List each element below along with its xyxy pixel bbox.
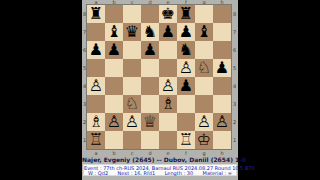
stat-material: Material : = bbox=[203, 171, 232, 176]
black-pawn: ♟ bbox=[179, 23, 193, 41]
white-bishop: ♗ bbox=[89, 113, 103, 131]
square-h8 bbox=[213, 5, 231, 23]
white-pawn: ♙ bbox=[215, 113, 229, 131]
screenshot-canvas: abcdefgh 87654321 87654321 ♜♚♜♝♛♞♟♟♝♟♟♟♞… bbox=[0, 0, 320, 180]
black-queen: ♛ bbox=[125, 23, 139, 41]
square-a6: ♟ bbox=[87, 41, 105, 59]
square-a5 bbox=[87, 59, 105, 77]
white-king: ♔ bbox=[197, 131, 211, 149]
square-b3 bbox=[105, 95, 123, 113]
white-queen: ♕ bbox=[143, 113, 157, 131]
rank-labels-right-2: 2 bbox=[232, 113, 237, 131]
black-pawn: ♟ bbox=[179, 77, 193, 95]
rank-labels-right-5: 5 bbox=[232, 59, 237, 77]
black-bishop: ♝ bbox=[107, 23, 121, 41]
rank-labels-right: 87654321 bbox=[232, 5, 237, 149]
square-f3 bbox=[177, 95, 195, 113]
square-d2: ♕ bbox=[141, 113, 159, 131]
square-b2: ♙ bbox=[105, 113, 123, 131]
square-e4: ♙ bbox=[159, 77, 177, 95]
square-d3 bbox=[141, 95, 159, 113]
square-e2 bbox=[159, 113, 177, 131]
rank-labels-right-4: 4 bbox=[232, 77, 237, 95]
square-b8 bbox=[105, 5, 123, 23]
square-c3: ♘ bbox=[123, 95, 141, 113]
white-pawn: ♙ bbox=[161, 77, 175, 95]
square-f6: ♞ bbox=[177, 41, 195, 59]
square-f4: ♟ bbox=[177, 77, 195, 95]
stat-next-move: Next : 16. Rfd1 bbox=[118, 171, 156, 176]
square-h2: ♙ bbox=[213, 113, 231, 131]
black-pawn: ♟ bbox=[89, 41, 103, 59]
square-b1 bbox=[105, 131, 123, 149]
square-a4: ♙ bbox=[87, 77, 105, 95]
square-c1 bbox=[123, 131, 141, 149]
square-d7: ♞ bbox=[141, 23, 159, 41]
game-info-box: Event : 77th ch-RUS 2024, Barnaul RUS 20… bbox=[83, 164, 237, 176]
square-g8 bbox=[195, 5, 213, 23]
white-knight: ♘ bbox=[197, 59, 211, 77]
square-d5 bbox=[141, 59, 159, 77]
square-e3: ♗ bbox=[159, 95, 177, 113]
square-f1: ♖ bbox=[177, 131, 195, 149]
square-b4 bbox=[105, 77, 123, 95]
black-rook: ♜ bbox=[89, 5, 103, 23]
square-e1 bbox=[159, 131, 177, 149]
white-pawn: ♙ bbox=[125, 113, 139, 131]
white-pawn: ♙ bbox=[197, 113, 211, 131]
players-result-line: Najer, Evgeniy (2645) -- Dubov, Daniil (… bbox=[82, 156, 238, 163]
square-c7: ♛ bbox=[123, 23, 141, 41]
black-pawn: ♟ bbox=[143, 41, 157, 59]
square-g4 bbox=[195, 77, 213, 95]
black-king: ♚ bbox=[161, 5, 175, 23]
square-c2: ♙ bbox=[123, 113, 141, 131]
rank-labels-right-7: 7 bbox=[232, 23, 237, 41]
square-b5 bbox=[105, 59, 123, 77]
square-a3 bbox=[87, 95, 105, 113]
black-knight: ♞ bbox=[179, 41, 193, 59]
black-pawn: ♟ bbox=[215, 59, 229, 77]
square-f2 bbox=[177, 113, 195, 131]
rank-labels-right-6: 6 bbox=[232, 41, 237, 59]
square-g1: ♔ bbox=[195, 131, 213, 149]
square-g7: ♝ bbox=[195, 23, 213, 41]
square-g5: ♘ bbox=[195, 59, 213, 77]
square-f7: ♟ bbox=[177, 23, 195, 41]
square-g2: ♙ bbox=[195, 113, 213, 131]
square-g3 bbox=[195, 95, 213, 113]
black-rook: ♜ bbox=[179, 5, 193, 23]
white-bishop: ♗ bbox=[161, 95, 175, 113]
square-e8: ♚ bbox=[159, 5, 177, 23]
square-c8 bbox=[123, 5, 141, 23]
chess-board: ♜♚♜♝♛♞♟♟♝♟♟♟♞♙♘♟♙♙♟♘♗♗♙♙♕♙♙♖♖♔ bbox=[87, 5, 231, 149]
square-h3 bbox=[213, 95, 231, 113]
square-g6 bbox=[195, 41, 213, 59]
white-pawn: ♙ bbox=[179, 59, 193, 77]
square-d8 bbox=[141, 5, 159, 23]
rank-labels-right-1: 1 bbox=[232, 131, 237, 149]
rank-labels-right-8: 8 bbox=[232, 5, 237, 23]
square-h5: ♟ bbox=[213, 59, 231, 77]
square-h4 bbox=[213, 77, 231, 95]
square-h1 bbox=[213, 131, 231, 149]
square-a8: ♜ bbox=[87, 5, 105, 23]
square-e7: ♟ bbox=[159, 23, 177, 41]
square-b6: ♟ bbox=[105, 41, 123, 59]
square-h7 bbox=[213, 23, 231, 41]
stat-length: Length : 30 bbox=[165, 171, 193, 176]
white-rook: ♖ bbox=[179, 131, 193, 149]
square-f5: ♙ bbox=[177, 59, 195, 77]
square-a7 bbox=[87, 23, 105, 41]
square-h6 bbox=[213, 41, 231, 59]
square-d4 bbox=[141, 77, 159, 95]
square-f8: ♜ bbox=[177, 5, 195, 23]
black-bishop: ♝ bbox=[197, 23, 211, 41]
game-panel: abcdefgh 87654321 87654321 ♜♚♜♝♛♞♟♟♝♟♟♟♞… bbox=[82, 0, 238, 180]
white-rook: ♖ bbox=[89, 131, 103, 149]
white-knight: ♘ bbox=[125, 95, 139, 113]
square-b7: ♝ bbox=[105, 23, 123, 41]
square-e5 bbox=[159, 59, 177, 77]
black-knight: ♞ bbox=[143, 23, 157, 41]
square-d6: ♟ bbox=[141, 41, 159, 59]
black-pawn: ♟ bbox=[107, 41, 121, 59]
square-c4 bbox=[123, 77, 141, 95]
square-e6 bbox=[159, 41, 177, 59]
square-a1: ♖ bbox=[87, 131, 105, 149]
stats-line: W : Qd2 Next : 16. Rfd1 Length : 30 Mate… bbox=[84, 171, 236, 176]
white-pawn: ♙ bbox=[89, 77, 103, 95]
white-pawn: ♙ bbox=[107, 113, 121, 131]
rank-labels-right-3: 3 bbox=[232, 95, 237, 113]
square-c6 bbox=[123, 41, 141, 59]
square-c5 bbox=[123, 59, 141, 77]
square-a2: ♗ bbox=[87, 113, 105, 131]
stat-last-move: W : Qd2 bbox=[88, 171, 108, 176]
black-pawn: ♟ bbox=[161, 23, 175, 41]
square-d1 bbox=[141, 131, 159, 149]
